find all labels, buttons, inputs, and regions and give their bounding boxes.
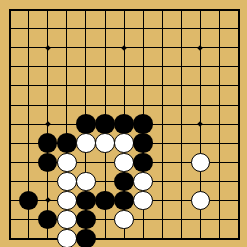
intersection[interactable] bbox=[38, 229, 57, 247]
intersection[interactable] bbox=[19, 229, 38, 247]
intersection[interactable] bbox=[95, 57, 114, 76]
intersection[interactable] bbox=[229, 38, 247, 57]
intersection[interactable] bbox=[95, 191, 114, 210]
intersection[interactable] bbox=[57, 172, 76, 191]
intersection[interactable] bbox=[0, 153, 19, 172]
intersection[interactable] bbox=[115, 95, 134, 114]
intersection[interactable] bbox=[19, 210, 38, 229]
intersection[interactable] bbox=[210, 191, 229, 210]
intersection[interactable] bbox=[19, 172, 38, 191]
intersection[interactable] bbox=[210, 38, 229, 57]
intersection[interactable] bbox=[19, 191, 38, 210]
intersection[interactable] bbox=[153, 0, 172, 19]
intersection[interactable] bbox=[172, 153, 191, 172]
intersection[interactable] bbox=[19, 38, 38, 57]
intersection[interactable] bbox=[191, 153, 210, 172]
intersection[interactable] bbox=[19, 19, 38, 38]
intersection[interactable] bbox=[115, 172, 134, 191]
intersection[interactable] bbox=[0, 115, 19, 134]
intersection[interactable] bbox=[229, 19, 247, 38]
black-stone[interactable] bbox=[95, 114, 115, 134]
black-stone[interactable] bbox=[76, 229, 96, 247]
intersection[interactable] bbox=[134, 95, 153, 114]
white-stone[interactable] bbox=[57, 229, 77, 247]
intersection[interactable] bbox=[153, 134, 172, 153]
intersection[interactable] bbox=[76, 38, 95, 57]
intersection[interactable] bbox=[0, 191, 19, 210]
intersection[interactable] bbox=[38, 115, 57, 134]
intersection[interactable] bbox=[76, 57, 95, 76]
intersection[interactable] bbox=[153, 38, 172, 57]
intersection[interactable] bbox=[19, 0, 38, 19]
intersection[interactable] bbox=[229, 210, 247, 229]
intersection[interactable] bbox=[153, 19, 172, 38]
intersection[interactable] bbox=[134, 191, 153, 210]
intersection[interactable] bbox=[95, 229, 114, 247]
intersection[interactable] bbox=[134, 210, 153, 229]
intersection[interactable] bbox=[38, 210, 57, 229]
intersection[interactable] bbox=[229, 95, 247, 114]
intersection[interactable] bbox=[95, 210, 114, 229]
intersection[interactable] bbox=[57, 153, 76, 172]
black-stone[interactable] bbox=[19, 191, 39, 211]
intersection[interactable] bbox=[210, 172, 229, 191]
intersection[interactable] bbox=[115, 19, 134, 38]
intersection[interactable] bbox=[76, 210, 95, 229]
star-point bbox=[121, 45, 127, 51]
white-stone[interactable] bbox=[191, 191, 211, 211]
intersection[interactable] bbox=[38, 172, 57, 191]
intersection[interactable] bbox=[191, 19, 210, 38]
intersection[interactable] bbox=[153, 115, 172, 134]
intersection[interactable] bbox=[229, 76, 247, 95]
black-stone[interactable] bbox=[114, 172, 134, 192]
intersection[interactable] bbox=[38, 95, 57, 114]
intersection[interactable] bbox=[153, 172, 172, 191]
intersection[interactable] bbox=[191, 210, 210, 229]
intersection[interactable] bbox=[115, 191, 134, 210]
intersection[interactable] bbox=[134, 115, 153, 134]
intersection[interactable] bbox=[210, 76, 229, 95]
intersection[interactable] bbox=[19, 57, 38, 76]
star-point bbox=[198, 121, 204, 127]
intersection[interactable] bbox=[210, 134, 229, 153]
intersection[interactable] bbox=[153, 229, 172, 247]
white-stone[interactable] bbox=[57, 210, 77, 230]
intersection[interactable] bbox=[191, 38, 210, 57]
intersection[interactable] bbox=[38, 134, 57, 153]
black-stone[interactable] bbox=[76, 114, 96, 134]
intersection[interactable] bbox=[210, 210, 229, 229]
intersection[interactable] bbox=[134, 0, 153, 19]
star-point bbox=[198, 45, 204, 51]
intersection[interactable] bbox=[134, 19, 153, 38]
white-stone[interactable] bbox=[133, 172, 153, 192]
black-stone[interactable] bbox=[114, 114, 134, 134]
intersection[interactable] bbox=[38, 0, 57, 19]
intersection[interactable] bbox=[172, 95, 191, 114]
intersection[interactable] bbox=[229, 172, 247, 191]
intersection[interactable] bbox=[153, 76, 172, 95]
white-stone[interactable] bbox=[114, 153, 134, 173]
black-stone[interactable] bbox=[57, 133, 77, 153]
intersection[interactable] bbox=[76, 191, 95, 210]
intersection[interactable] bbox=[0, 95, 19, 114]
intersection[interactable] bbox=[191, 76, 210, 95]
intersection[interactable] bbox=[210, 153, 229, 172]
intersection[interactable] bbox=[95, 76, 114, 95]
intersection[interactable] bbox=[38, 57, 57, 76]
intersection[interactable] bbox=[172, 57, 191, 76]
intersection[interactable] bbox=[191, 115, 210, 134]
intersection[interactable] bbox=[172, 115, 191, 134]
intersection[interactable] bbox=[210, 95, 229, 114]
black-stone[interactable] bbox=[76, 191, 96, 211]
intersection[interactable] bbox=[57, 19, 76, 38]
white-stone[interactable] bbox=[114, 133, 134, 153]
intersection[interactable] bbox=[153, 191, 172, 210]
intersection[interactable] bbox=[191, 0, 210, 19]
intersection[interactable] bbox=[0, 229, 19, 247]
white-stone[interactable] bbox=[114, 210, 134, 230]
intersection[interactable] bbox=[76, 76, 95, 95]
intersection[interactable] bbox=[210, 19, 229, 38]
intersection[interactable] bbox=[95, 134, 114, 153]
intersection[interactable] bbox=[19, 153, 38, 172]
intersection[interactable] bbox=[57, 134, 76, 153]
intersection[interactable] bbox=[95, 19, 114, 38]
intersection[interactable] bbox=[153, 153, 172, 172]
intersection[interactable] bbox=[57, 210, 76, 229]
intersection[interactable] bbox=[95, 153, 114, 172]
intersection[interactable] bbox=[76, 0, 95, 19]
intersection[interactable] bbox=[0, 134, 19, 153]
intersection[interactable] bbox=[134, 134, 153, 153]
intersection[interactable] bbox=[0, 0, 19, 19]
intersection[interactable] bbox=[95, 38, 114, 57]
star-point bbox=[45, 45, 51, 51]
intersection[interactable] bbox=[210, 57, 229, 76]
intersection[interactable] bbox=[134, 38, 153, 57]
intersection[interactable] bbox=[172, 229, 191, 247]
black-stone[interactable] bbox=[133, 114, 153, 134]
intersection[interactable] bbox=[76, 153, 95, 172]
star-point bbox=[45, 198, 51, 204]
intersection[interactable] bbox=[19, 76, 38, 95]
intersection[interactable] bbox=[115, 38, 134, 57]
white-stone[interactable] bbox=[57, 172, 77, 192]
white-stone[interactable] bbox=[133, 191, 153, 211]
intersection[interactable] bbox=[229, 0, 247, 19]
intersection[interactable] bbox=[38, 191, 57, 210]
intersection[interactable] bbox=[115, 153, 134, 172]
intersection[interactable] bbox=[57, 229, 76, 247]
intersection[interactable] bbox=[172, 76, 191, 95]
intersection[interactable] bbox=[153, 95, 172, 114]
white-stone[interactable] bbox=[57, 153, 77, 173]
white-stone[interactable] bbox=[76, 133, 96, 153]
intersection[interactable] bbox=[134, 76, 153, 95]
intersection[interactable] bbox=[76, 134, 95, 153]
intersection[interactable] bbox=[38, 153, 57, 172]
intersection[interactable] bbox=[115, 57, 134, 76]
intersection[interactable] bbox=[19, 95, 38, 114]
intersection[interactable] bbox=[115, 76, 134, 95]
intersection[interactable] bbox=[95, 115, 114, 134]
intersection[interactable] bbox=[134, 57, 153, 76]
intersection[interactable] bbox=[172, 38, 191, 57]
intersection[interactable] bbox=[57, 0, 76, 19]
intersection[interactable] bbox=[115, 134, 134, 153]
intersection[interactable] bbox=[0, 57, 19, 76]
star-point bbox=[45, 121, 51, 127]
intersection[interactable] bbox=[95, 0, 114, 19]
intersection[interactable] bbox=[134, 229, 153, 247]
intersection[interactable] bbox=[172, 19, 191, 38]
intersection[interactable] bbox=[0, 38, 19, 57]
intersection[interactable] bbox=[57, 76, 76, 95]
intersection[interactable] bbox=[115, 229, 134, 247]
intersection[interactable] bbox=[76, 95, 95, 114]
intersection[interactable] bbox=[172, 0, 191, 19]
black-stone[interactable] bbox=[95, 191, 115, 211]
intersection[interactable] bbox=[229, 134, 247, 153]
intersection[interactable] bbox=[172, 210, 191, 229]
intersection[interactable] bbox=[229, 191, 247, 210]
intersection[interactable] bbox=[191, 134, 210, 153]
intersection[interactable] bbox=[38, 19, 57, 38]
intersection[interactable] bbox=[57, 95, 76, 114]
intersection[interactable] bbox=[229, 57, 247, 76]
intersection[interactable] bbox=[210, 229, 229, 247]
intersection[interactable] bbox=[115, 0, 134, 19]
intersection[interactable] bbox=[0, 210, 19, 229]
intersection[interactable] bbox=[134, 153, 153, 172]
intersection[interactable] bbox=[76, 229, 95, 247]
intersection[interactable] bbox=[229, 153, 247, 172]
intersection[interactable] bbox=[172, 191, 191, 210]
intersection[interactable] bbox=[210, 0, 229, 19]
intersection[interactable] bbox=[57, 38, 76, 57]
intersection[interactable] bbox=[153, 210, 172, 229]
intersection[interactable] bbox=[191, 95, 210, 114]
intersection[interactable] bbox=[38, 76, 57, 95]
intersection[interactable] bbox=[38, 38, 57, 57]
intersection[interactable] bbox=[0, 19, 19, 38]
intersection[interactable] bbox=[57, 115, 76, 134]
white-stone[interactable] bbox=[191, 153, 211, 173]
intersection[interactable] bbox=[191, 229, 210, 247]
go-board bbox=[0, 0, 247, 247]
black-stone[interactable] bbox=[76, 210, 96, 230]
intersection[interactable] bbox=[210, 115, 229, 134]
intersection[interactable] bbox=[95, 172, 114, 191]
board-grid bbox=[0, 0, 247, 247]
intersection[interactable] bbox=[57, 191, 76, 210]
intersection[interactable] bbox=[191, 172, 210, 191]
intersection[interactable] bbox=[191, 57, 210, 76]
intersection[interactable] bbox=[229, 229, 247, 247]
white-stone[interactable] bbox=[76, 172, 96, 192]
black-stone[interactable] bbox=[133, 153, 153, 173]
intersection[interactable] bbox=[172, 134, 191, 153]
intersection[interactable] bbox=[19, 134, 38, 153]
intersection[interactable] bbox=[19, 115, 38, 134]
black-stone[interactable] bbox=[114, 191, 134, 211]
intersection[interactable] bbox=[134, 172, 153, 191]
intersection[interactable] bbox=[0, 76, 19, 95]
white-stone[interactable] bbox=[57, 191, 77, 211]
black-stone[interactable] bbox=[38, 133, 58, 153]
intersection[interactable] bbox=[95, 95, 114, 114]
intersection[interactable] bbox=[153, 57, 172, 76]
intersection[interactable] bbox=[172, 172, 191, 191]
intersection[interactable] bbox=[76, 115, 95, 134]
black-stone[interactable] bbox=[38, 210, 58, 230]
intersection[interactable] bbox=[57, 57, 76, 76]
black-stone[interactable] bbox=[133, 133, 153, 153]
intersection[interactable] bbox=[0, 172, 19, 191]
intersection[interactable] bbox=[191, 191, 210, 210]
white-stone[interactable] bbox=[95, 133, 115, 153]
intersection[interactable] bbox=[76, 172, 95, 191]
black-stone[interactable] bbox=[38, 153, 58, 173]
intersection[interactable] bbox=[115, 210, 134, 229]
intersection[interactable] bbox=[76, 19, 95, 38]
intersection[interactable] bbox=[229, 115, 247, 134]
intersection[interactable] bbox=[115, 115, 134, 134]
